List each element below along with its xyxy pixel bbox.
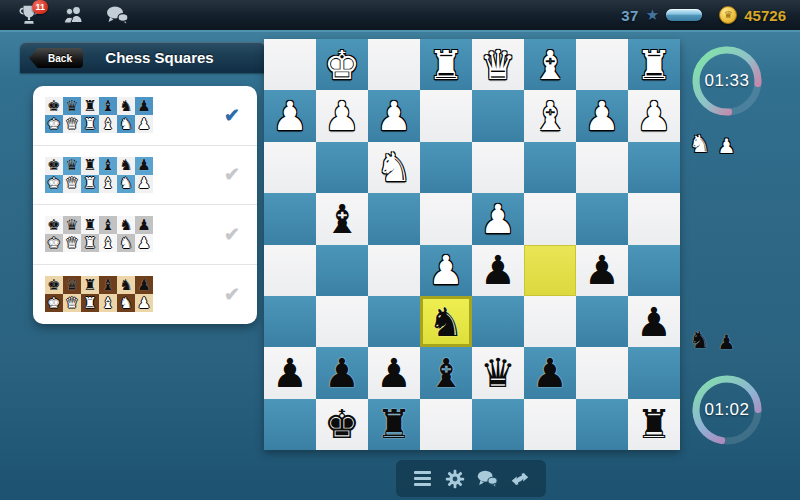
black-knight-piece: ♞	[428, 302, 464, 342]
board-square-r3c6[interactable]	[524, 142, 576, 193]
mini-square: ♝	[99, 175, 117, 193]
white-bishop-mini: ♝	[101, 296, 114, 311]
black-king-piece: ♚	[324, 404, 360, 444]
board-square-r1c3[interactable]	[368, 39, 420, 90]
mini-square: ♜	[81, 97, 99, 115]
checkmark-icon: ✔	[224, 163, 240, 186]
board-square-r7c5[interactable]: ♛	[472, 347, 524, 398]
white-pawn-mini: ♟	[137, 117, 150, 132]
white-pawn-mini: ♟	[137, 296, 150, 311]
black-rook-mini: ♜	[83, 99, 96, 114]
mini-square: ♟	[135, 175, 153, 193]
black-rook-piece: ♜	[636, 404, 672, 444]
white-pawn-piece: ♟	[272, 96, 308, 136]
board-square-r4c5[interactable]: ♟	[472, 193, 524, 244]
theme-preview-light-blue: ♚♛♜♝♞♟♚♛♜♝♞♟	[45, 157, 153, 193]
checkmark-icon: ✔	[224, 223, 240, 246]
board-square-r5c8[interactable]	[628, 245, 680, 296]
board-square-r2c6[interactable]: ♝	[524, 90, 576, 141]
board-square-r3c1[interactable]	[264, 142, 316, 193]
chat-button[interactable]	[104, 3, 130, 27]
mini-square: ♜	[81, 294, 99, 312]
white-knight-mini: ♞	[119, 296, 132, 311]
board-square-r6c7[interactable]	[576, 296, 628, 347]
board-square-r3c8[interactable]	[628, 142, 680, 193]
mini-square: ♞	[117, 276, 135, 294]
board-square-r1c6[interactable]: ♝	[524, 39, 576, 90]
captured-black-knight: ♞	[689, 328, 711, 352]
theme-preview-blue: ♚♛♜♝♞♟♚♛♜♝♞♟	[45, 97, 153, 133]
board-square-r1c7[interactable]	[576, 39, 628, 90]
board-square-r6c6[interactable]	[524, 296, 576, 347]
white-knight-mini: ♞	[119, 117, 132, 132]
mini-square: ♛	[63, 175, 81, 193]
black-bishop-mini: ♝	[101, 158, 114, 173]
black-bishop-mini: ♝	[101, 99, 114, 114]
opponent-time: 01:33	[688, 42, 766, 120]
mini-square: ♟	[135, 115, 153, 133]
mini-square: ♚	[45, 234, 63, 252]
mini-square: ♛	[63, 276, 81, 294]
black-bishop-piece: ♝	[428, 353, 464, 393]
white-queen-mini: ♛	[65, 296, 78, 311]
black-queen-mini: ♛	[65, 218, 78, 233]
mini-square: ♚	[45, 97, 63, 115]
mini-square: ♟	[135, 294, 153, 312]
board-square-r8c1[interactable]	[264, 399, 316, 450]
white-rook-piece: ♜	[428, 45, 464, 85]
friends-button[interactable]	[60, 3, 86, 27]
mini-square: ♟	[135, 97, 153, 115]
player-time: 01:02	[688, 371, 766, 449]
captured-white-pawn: ♟	[718, 136, 736, 156]
board-square-r6c5[interactable]	[472, 296, 524, 347]
board-square-r4c6[interactable]	[524, 193, 576, 244]
black-pawn-mini: ♟	[137, 278, 150, 293]
board-square-r6c4-highlight-to[interactable]: ♞	[420, 296, 472, 347]
opponent-clock: 01:33	[688, 42, 766, 120]
mini-square: ♝	[99, 97, 117, 115]
board-square-r1c1[interactable]	[264, 39, 316, 90]
board-square-r7c2[interactable]: ♟	[316, 347, 368, 398]
back-button[interactable]: Back	[29, 48, 83, 68]
menu-button[interactable]	[410, 467, 434, 491]
board-square-r2c3[interactable]: ♟	[368, 90, 420, 141]
board-square-r2c5[interactable]	[472, 90, 524, 141]
mini-square: ♚	[45, 294, 63, 312]
gear-icon	[444, 468, 466, 490]
black-pawn-mini: ♟	[137, 158, 150, 173]
mini-square: ♞	[117, 115, 135, 133]
white-knight-mini: ♞	[119, 236, 132, 251]
white-king-piece: ♚	[324, 45, 360, 85]
white-bishop-mini: ♝	[101, 117, 114, 132]
board-square-r8c3[interactable]: ♜	[368, 399, 420, 450]
chat-icon	[104, 4, 130, 26]
white-pawn-piece: ♟	[584, 96, 620, 136]
black-bishop-mini: ♝	[101, 278, 114, 293]
board-square-r1c4[interactable]: ♜	[420, 39, 472, 90]
theme-panel-header: Back Chess Squares	[20, 42, 265, 73]
board-square-r7c8[interactable]	[628, 347, 680, 398]
board-square-r2c7[interactable]: ♟	[576, 90, 628, 141]
white-pawn-mini: ♟	[137, 236, 150, 251]
board-square-r4c8[interactable]	[628, 193, 680, 244]
black-pawn-piece: ♟	[532, 353, 568, 393]
mini-square: ♝	[99, 294, 117, 312]
mini-square: ♛	[63, 234, 81, 252]
trophy-button[interactable]: 11	[16, 3, 42, 27]
coin-icon: ♛	[719, 6, 737, 24]
white-knight-piece: ♞	[376, 147, 412, 187]
mini-square: ♝	[99, 115, 117, 133]
white-pawn-piece: ♟	[480, 199, 516, 239]
black-pawn-piece: ♟	[272, 353, 308, 393]
captured-white-knight: ♞	[689, 132, 711, 156]
board-square-r8c7[interactable]	[576, 399, 628, 450]
mini-square: ♚	[45, 175, 63, 193]
xp-progress-bar	[666, 9, 702, 21]
theme-option-wood[interactable]: ♚♛♜♝♞♟♚♛♜♝♞♟✔	[33, 265, 257, 325]
board-square-r5c4[interactable]: ♟	[420, 245, 472, 296]
black-queen-piece: ♛	[480, 353, 516, 393]
board-square-r8c5[interactable]	[472, 399, 524, 450]
black-king-mini: ♚	[47, 99, 60, 114]
theme-option-blue[interactable]: ♚♛♜♝♞♟♚♛♜♝♞♟✔	[33, 86, 257, 146]
checkmark-icon: ✔	[224, 283, 240, 306]
game-background: Back Chess Squares ♚♛♜♝♞♟♚♛♜♝♞♟✔♚♛♜♝♞♟♚♛…	[0, 30, 800, 500]
mini-square: ♛	[63, 216, 81, 234]
black-knight-mini: ♞	[119, 278, 132, 293]
black-rook-mini: ♜	[83, 278, 96, 293]
black-queen-mini: ♛	[65, 158, 78, 173]
mini-square: ♞	[117, 294, 135, 312]
mini-square: ♜	[81, 276, 99, 294]
black-pawn-piece: ♟	[636, 302, 672, 342]
trophy-badge: 11	[32, 0, 48, 14]
mini-square: ♞	[117, 234, 135, 252]
board-square-r1c5[interactable]: ♛	[472, 39, 524, 90]
mini-square: ♚	[45, 115, 63, 133]
board-square-r5c3[interactable]	[368, 245, 420, 296]
black-bishop-piece: ♝	[324, 199, 360, 239]
theme-option-light-blue[interactable]: ♚♛♜♝♞♟♚♛♜♝♞♟✔	[33, 146, 257, 206]
white-bishop-mini: ♝	[101, 176, 114, 191]
board-square-r5c1[interactable]	[264, 245, 316, 296]
mini-square: ♚	[45, 276, 63, 294]
board-square-r8c2[interactable]: ♚	[316, 399, 368, 450]
flip-board-button[interactable]	[508, 467, 532, 491]
mini-square: ♟	[135, 276, 153, 294]
white-rook-piece: ♜	[636, 45, 672, 85]
mini-square: ♜	[81, 234, 99, 252]
board-square-r6c3[interactable]	[368, 296, 420, 347]
black-pawn-piece: ♟	[480, 250, 516, 290]
theme-preview-wood: ♚♛♜♝♞♟♚♛♜♝♞♟	[45, 276, 153, 312]
coin-balance: 45726	[744, 7, 786, 24]
black-king-mini: ♚	[47, 218, 60, 233]
theme-option-gray[interactable]: ♚♛♜♝♞♟♚♛♜♝♞♟✔	[33, 205, 257, 265]
black-knight-mini: ♞	[119, 99, 132, 114]
flip-arrows-icon	[509, 468, 531, 490]
black-queen-mini: ♛	[65, 99, 78, 114]
board-square-r3c3[interactable]: ♞	[368, 142, 420, 193]
white-bishop-piece: ♝	[532, 96, 568, 136]
board-square-r6c2[interactable]	[316, 296, 368, 347]
board-square-r7c6[interactable]: ♟	[524, 347, 576, 398]
mini-square: ♞	[117, 175, 135, 193]
white-pawn-piece: ♟	[324, 96, 360, 136]
board-square-r2c1[interactable]: ♟	[264, 90, 316, 141]
board-square-r4c4[interactable]	[420, 193, 472, 244]
black-rook-mini: ♜	[83, 158, 96, 173]
friends-icon	[61, 4, 86, 26]
mini-square: ♛	[63, 97, 81, 115]
mini-square: ♞	[117, 216, 135, 234]
black-king-mini: ♚	[47, 278, 60, 293]
mini-square: ♜	[81, 216, 99, 234]
white-queen-mini: ♛	[65, 176, 78, 191]
mini-square: ♝	[99, 157, 117, 175]
board-square-r6c8[interactable]: ♟	[628, 296, 680, 347]
board-square-r8c4[interactable]	[420, 399, 472, 450]
theme-list: ♚♛♜♝♞♟♚♛♜♝♞♟✔♚♛♜♝♞♟♚♛♜♝♞♟✔♚♛♜♝♞♟♚♛♜♝♞♟✔♚…	[33, 86, 257, 324]
mini-square: ♜	[81, 175, 99, 193]
board-square-r5c5[interactable]: ♟	[472, 245, 524, 296]
top-bar: 11 37 ★	[0, 0, 800, 30]
board-square-r8c8[interactable]: ♜	[628, 399, 680, 450]
board-square-r1c2[interactable]: ♚	[316, 39, 368, 90]
black-rook-piece: ♜	[376, 404, 412, 444]
white-pawn-piece: ♟	[428, 250, 464, 290]
board-square-r3c5[interactable]	[472, 142, 524, 193]
captured-by-opponent: ♞♟	[689, 132, 735, 156]
board-square-r5c2[interactable]	[316, 245, 368, 296]
mini-square: ♛	[63, 115, 81, 133]
settings-button[interactable]	[443, 467, 467, 491]
white-bishop-piece: ♝	[532, 45, 568, 85]
board-square-r4c1[interactable]	[264, 193, 316, 244]
white-king-mini: ♚	[47, 176, 60, 191]
captured-by-player: ♞♟	[689, 328, 735, 352]
board-square-r2c8[interactable]: ♟	[628, 90, 680, 141]
theme-preview-gray: ♚♛♜♝♞♟♚♛♜♝♞♟	[45, 216, 153, 252]
checkmark-selected-icon: ✔	[224, 104, 240, 127]
black-pawn-piece: ♟	[324, 353, 360, 393]
white-queen-mini: ♛	[65, 117, 78, 132]
board-square-r6c1[interactable]	[264, 296, 316, 347]
mini-square: ♟	[135, 157, 153, 175]
board-square-r3c2[interactable]	[316, 142, 368, 193]
game-chat-button[interactable]	[475, 467, 499, 491]
mini-square: ♜	[81, 115, 99, 133]
chat-bubbles-icon	[475, 468, 499, 489]
white-pawn-piece: ♟	[636, 96, 672, 136]
mini-square: ♟	[135, 216, 153, 234]
board-square-r4c7[interactable]	[576, 193, 628, 244]
white-rook-mini: ♜	[83, 296, 96, 311]
white-bishop-mini: ♝	[101, 236, 114, 251]
mini-square: ♛	[63, 294, 81, 312]
black-pawn-mini: ♟	[137, 99, 150, 114]
player-level: 37	[621, 7, 639, 24]
white-rook-mini: ♜	[83, 236, 96, 251]
board-square-r7c4[interactable]: ♝	[420, 347, 472, 398]
board-square-r7c1[interactable]: ♟	[264, 347, 316, 398]
board-square-r3c7[interactable]	[576, 142, 628, 193]
black-pawn-piece: ♟	[376, 353, 412, 393]
mini-square: ♞	[117, 97, 135, 115]
board-square-r4c3[interactable]	[368, 193, 420, 244]
board-square-r5c7[interactable]: ♟	[576, 245, 628, 296]
board-square-r2c2[interactable]: ♟	[316, 90, 368, 141]
mini-square: ♚	[45, 157, 63, 175]
white-rook-mini: ♜	[83, 117, 96, 132]
white-king-mini: ♚	[47, 236, 60, 251]
white-pawn-mini: ♟	[137, 176, 150, 191]
level-star-icon: ★	[646, 6, 659, 24]
white-pawn-piece: ♟	[376, 96, 412, 136]
white-king-mini: ♚	[47, 296, 60, 311]
chess-board: ♚♜♛♝♜♟♟♟♝♟♟♞♝♟♟♟♟♞♟♟♟♟♝♛♟♚♜♜	[264, 39, 680, 450]
mini-square: ♝	[99, 216, 117, 234]
mini-square: ♛	[63, 157, 81, 175]
board-square-r5c6-highlight-from[interactable]	[524, 245, 576, 296]
black-bishop-mini: ♝	[101, 218, 114, 233]
black-queen-mini: ♛	[65, 278, 78, 293]
captured-black-pawn: ♟	[718, 332, 736, 352]
white-rook-mini: ♜	[83, 176, 96, 191]
mini-square: ♚	[45, 216, 63, 234]
board-square-r2c4[interactable]	[420, 90, 472, 141]
mini-square: ♞	[117, 157, 135, 175]
black-knight-mini: ♞	[119, 218, 132, 233]
player-clock: 01:02	[688, 371, 766, 449]
black-knight-mini: ♞	[119, 158, 132, 173]
black-rook-mini: ♜	[83, 218, 96, 233]
game-toolbar	[396, 460, 546, 497]
board-square-r3c4[interactable]	[420, 142, 472, 193]
mini-square: ♝	[99, 276, 117, 294]
black-pawn-mini: ♟	[137, 218, 150, 233]
mini-square: ♝	[99, 234, 117, 252]
board-square-r1c8[interactable]: ♜	[628, 39, 680, 90]
mini-square: ♟	[135, 234, 153, 252]
white-king-mini: ♚	[47, 117, 60, 132]
board-square-r7c3[interactable]: ♟	[368, 347, 420, 398]
board-square-r7c7[interactable]	[576, 347, 628, 398]
white-queen-piece: ♛	[480, 45, 516, 85]
black-pawn-piece: ♟	[584, 250, 620, 290]
menu-icon	[414, 471, 431, 486]
board-square-r4c2[interactable]: ♝	[316, 193, 368, 244]
black-king-mini: ♚	[47, 158, 60, 173]
white-knight-mini: ♞	[119, 176, 132, 191]
white-queen-mini: ♛	[65, 236, 78, 251]
board-square-r8c6[interactable]	[524, 399, 576, 450]
mini-square: ♜	[81, 157, 99, 175]
